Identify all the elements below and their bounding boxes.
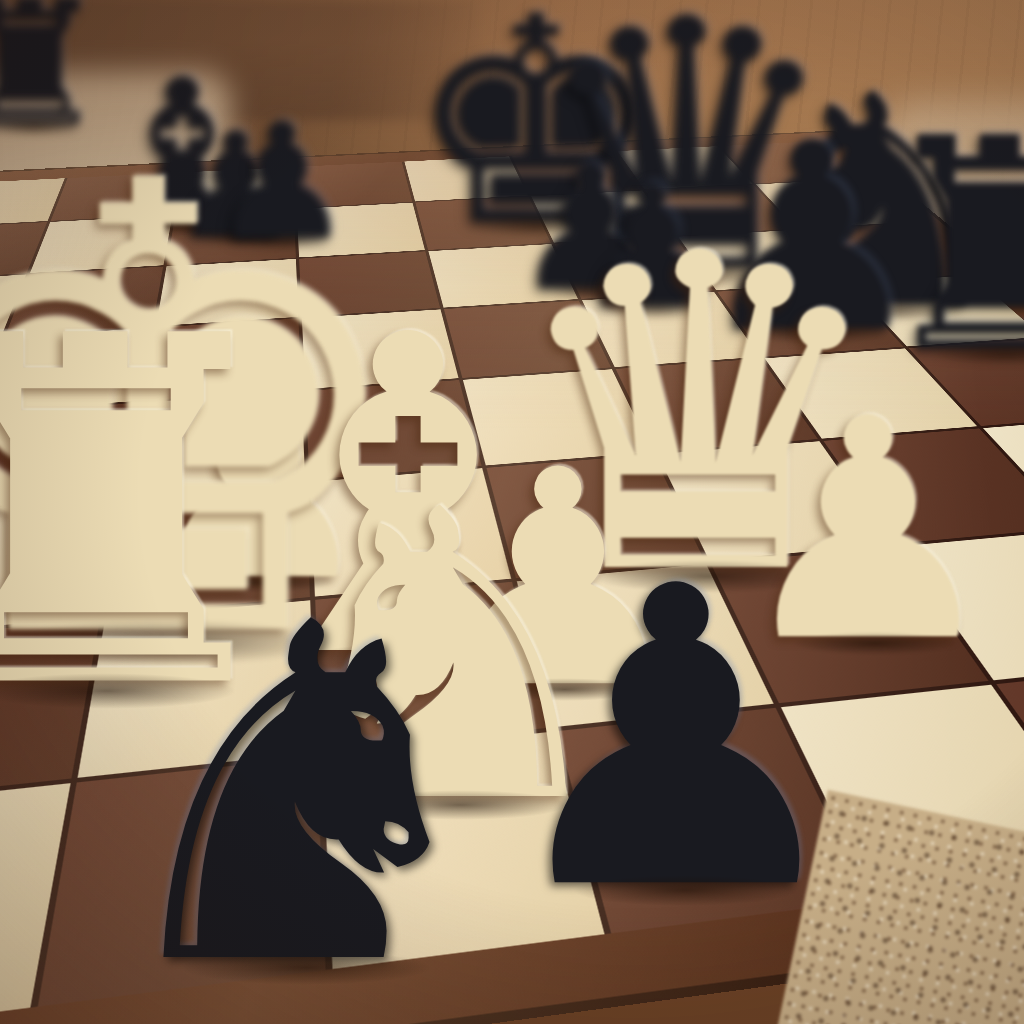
- black-knight-glyph: ♞: [88, 615, 505, 978]
- piece-black-knight-c1: ♞: [120, 626, 472, 978]
- piece-black-pawn-f2: ♟: [520, 588, 832, 900]
- black-pawn-glyph: ♟: [491, 579, 860, 900]
- piece-contact-shadow: [573, 875, 798, 906]
- chess-photo-scene: ♜♝♚♟♟♛♟♟♞♟♜♛♟♟♚♝♟♜♞♟♞: [0, 0, 1024, 1024]
- piece-black-rook-h6: ♜: [889, 140, 1024, 362]
- pieces-layer: ♜♝♚♟♟♛♟♟♞♟♜♛♟♟♚♝♟♜♞♟♞: [0, 0, 1024, 1024]
